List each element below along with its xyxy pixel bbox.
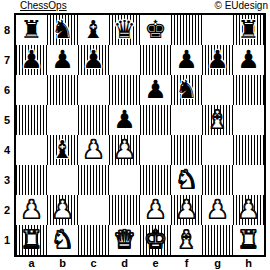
white-king-e1[interactable]: ♚ [140, 225, 171, 255]
square-e3[interactable] [140, 165, 171, 195]
black-king-e8[interactable]: ♚ [140, 15, 171, 45]
square-a1[interactable]: ♜ [16, 225, 47, 255]
black-queen-d8[interactable]: ♛ [109, 15, 140, 45]
square-f5[interactable] [171, 105, 202, 135]
square-f1[interactable]: ♝ [171, 225, 202, 255]
square-d8[interactable]: ♛ [109, 15, 140, 45]
black-bishop-b4[interactable]: ♝ [47, 135, 78, 165]
square-d3[interactable] [109, 165, 140, 195]
square-a7[interactable]: ♟ [16, 45, 47, 75]
rank-label-7: 7 [0, 45, 14, 75]
white-knight-b1[interactable]: ♞ [47, 225, 78, 255]
square-d1[interactable]: ♛ [109, 225, 140, 255]
black-pawn-a7[interactable]: ♟ [16, 45, 47, 75]
white-pawn-h2[interactable]: ♟ [233, 195, 264, 225]
square-h2[interactable]: ♟ [233, 195, 264, 225]
file-label-h: h [233, 257, 264, 270]
square-a4[interactable] [16, 135, 47, 165]
black-pawn-e6[interactable]: ♟ [140, 75, 171, 105]
square-e7[interactable] [140, 45, 171, 75]
square-c6[interactable] [78, 75, 109, 105]
square-c8[interactable]: ♝ [78, 15, 109, 45]
app-title-link[interactable]: ChessOps [20, 0, 67, 11]
square-f6[interactable]: ♞ [171, 75, 202, 105]
square-b8[interactable]: ♞ [47, 15, 78, 45]
square-e6[interactable]: ♟ [140, 75, 171, 105]
square-c1[interactable] [78, 225, 109, 255]
rank-labels: 87654321 [0, 13, 14, 257]
rank-label-5: 5 [0, 105, 14, 135]
square-d4[interactable]: ♟ [109, 135, 140, 165]
black-rook-a8[interactable]: ♜ [16, 15, 47, 45]
white-pawn-c4[interactable]: ♟ [78, 135, 109, 165]
square-e8[interactable]: ♚ [140, 15, 171, 45]
square-f3[interactable]: ♞ [171, 165, 202, 195]
white-pawn-d4[interactable]: ♟ [109, 135, 140, 165]
square-d7[interactable] [109, 45, 140, 75]
square-a3[interactable] [16, 165, 47, 195]
header: ChessOps © EUdesign [0, 0, 270, 13]
square-g5[interactable]: ♝ [202, 105, 233, 135]
square-c3[interactable] [78, 165, 109, 195]
rank-label-2: 2 [0, 195, 14, 225]
rank-label-3: 3 [0, 165, 14, 195]
square-e4[interactable] [140, 135, 171, 165]
white-knight-f3[interactable]: ♞ [171, 165, 202, 195]
white-bishop-f1[interactable]: ♝ [171, 225, 202, 255]
square-b1[interactable]: ♞ [47, 225, 78, 255]
black-knight-f6[interactable]: ♞ [171, 75, 202, 105]
white-rook-a1[interactable]: ♜ [16, 225, 47, 255]
square-a5[interactable] [16, 105, 47, 135]
file-label-f: f [171, 257, 202, 270]
square-f2[interactable]: ♟ [171, 195, 202, 225]
square-a2[interactable]: ♟ [16, 195, 47, 225]
square-g4[interactable] [202, 135, 233, 165]
file-label-b: b [47, 257, 78, 270]
square-b2[interactable]: ♟ [47, 195, 78, 225]
square-g7[interactable]: ♟ [202, 45, 233, 75]
square-b5[interactable] [47, 105, 78, 135]
square-h1[interactable]: ♜ [233, 225, 264, 255]
square-c7[interactable]: ♟ [78, 45, 109, 75]
square-a6[interactable] [16, 75, 47, 105]
white-queen-d1[interactable]: ♛ [109, 225, 140, 255]
file-labels: abcdefgh [16, 257, 270, 270]
square-a8[interactable]: ♜ [16, 15, 47, 45]
square-f8[interactable] [171, 15, 202, 45]
square-g6[interactable] [202, 75, 233, 105]
file-label-e: e [140, 257, 171, 270]
white-bishop-g5[interactable]: ♝ [202, 105, 233, 135]
square-d6[interactable] [109, 75, 140, 105]
square-g2[interactable]: ♟ [202, 195, 233, 225]
square-h3[interactable] [233, 165, 264, 195]
black-bishop-c8[interactable]: ♝ [78, 15, 109, 45]
white-pawn-e2[interactable]: ♟ [140, 195, 171, 225]
file-label-c: c [78, 257, 109, 270]
square-f7[interactable]: ♟ [171, 45, 202, 75]
board-band: 87654321 ♜♞♝♛♚♜♟♟♟♟♟♟♟♞♟♝♝♟♟♞♟♟♟♟♟♟♜♞♛♚♝… [0, 13, 270, 257]
square-c2[interactable] [78, 195, 109, 225]
black-pawn-c7[interactable]: ♟ [78, 45, 109, 75]
rank-label-8: 8 [0, 15, 14, 45]
white-pawn-f2[interactable]: ♟ [171, 195, 202, 225]
square-g1[interactable] [202, 225, 233, 255]
square-b3[interactable] [47, 165, 78, 195]
black-pawn-d5[interactable]: ♟ [109, 105, 140, 135]
black-pawn-b7[interactable]: ♟ [47, 45, 78, 75]
white-pawn-a2[interactable]: ♟ [16, 195, 47, 225]
square-h7[interactable]: ♟ [233, 45, 264, 75]
square-b4[interactable]: ♝ [47, 135, 78, 165]
black-pawn-g7[interactable]: ♟ [202, 45, 233, 75]
black-rook-h8[interactable]: ♜ [233, 15, 264, 45]
file-label-d: d [109, 257, 140, 270]
file-label-g: g [202, 257, 233, 270]
square-e2[interactable]: ♟ [140, 195, 171, 225]
rank-label-6: 6 [0, 75, 14, 105]
square-f4[interactable] [171, 135, 202, 165]
white-pawn-g2[interactable]: ♟ [202, 195, 233, 225]
board: ♜♞♝♛♚♜♟♟♟♟♟♟♟♞♟♝♝♟♟♞♟♟♟♟♟♟♜♞♛♚♝♜ [14, 13, 266, 257]
square-c4[interactable]: ♟ [78, 135, 109, 165]
square-d5[interactable]: ♟ [109, 105, 140, 135]
black-knight-b8[interactable]: ♞ [47, 15, 78, 45]
square-c5[interactable] [78, 105, 109, 135]
black-pawn-f7[interactable]: ♟ [171, 45, 202, 75]
chessops-diagram-page: ChessOps © EUdesign 87654321 ♜♞♝♛♚♜♟♟♟♟♟… [0, 0, 270, 270]
black-pawn-h7[interactable]: ♟ [233, 45, 264, 75]
square-b7[interactable]: ♟ [47, 45, 78, 75]
square-e5[interactable] [140, 105, 171, 135]
file-label-a: a [16, 257, 47, 270]
square-h8[interactable]: ♜ [233, 15, 264, 45]
square-d2[interactable] [109, 195, 140, 225]
square-g3[interactable] [202, 165, 233, 195]
square-h6[interactable] [233, 75, 264, 105]
square-e1[interactable]: ♚ [140, 225, 171, 255]
square-h4[interactable] [233, 135, 264, 165]
square-b6[interactable] [47, 75, 78, 105]
white-pawn-b2[interactable]: ♟ [47, 195, 78, 225]
white-rook-h1[interactable]: ♜ [233, 225, 264, 255]
square-g8[interactable] [202, 15, 233, 45]
rank-label-1: 1 [0, 225, 14, 255]
rank-label-4: 4 [0, 135, 14, 165]
square-h5[interactable] [233, 105, 264, 135]
copyright-text: © EUdesign [214, 0, 268, 11]
